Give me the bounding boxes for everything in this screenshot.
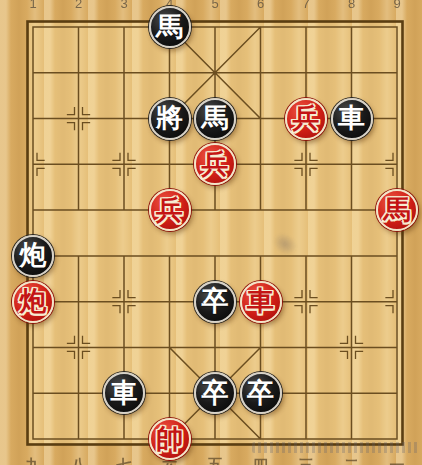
piece-red-general[interactable]: 帥	[149, 418, 191, 460]
piece-glyph: 馬	[202, 105, 229, 132]
piece-glyph: 卒	[202, 288, 229, 315]
piece-glyph: 帥	[156, 426, 183, 453]
piece-red-horse-1[interactable]: 馬	[376, 189, 418, 231]
file-label-top-7: 7	[302, 0, 309, 11]
piece-black-soldier-2[interactable]: 卒	[194, 372, 236, 414]
file-label-top-5: 5	[211, 0, 218, 11]
file-label-top-8: 8	[348, 0, 355, 11]
piece-black-horse-1[interactable]: 馬	[149, 6, 191, 48]
file-label-bottom-6: 四	[253, 456, 268, 465]
piece-red-chariot-1[interactable]: 車	[240, 281, 282, 323]
file-label-top-9: 9	[393, 0, 400, 11]
piece-black-chariot-1[interactable]: 車	[331, 98, 373, 140]
file-label-bottom-8: 二	[344, 456, 359, 465]
piece-glyph: 卒	[247, 380, 274, 407]
piece-glyph: 卒	[202, 380, 229, 407]
file-label-top-1: 1	[29, 0, 36, 11]
piece-glyph: 車	[247, 288, 274, 315]
file-label-bottom-3: 七	[117, 456, 132, 465]
file-label-top-2: 2	[75, 0, 82, 11]
piece-red-soldier-1[interactable]: 兵	[285, 98, 327, 140]
piece-glyph: 兵	[202, 151, 229, 178]
piece-black-cannon-1[interactable]: 炮	[12, 235, 54, 277]
piece-red-cannon-1[interactable]: 炮	[12, 281, 54, 323]
watermark	[252, 442, 420, 453]
piece-glyph: 車	[338, 105, 365, 132]
file-label-top-3: 3	[120, 0, 127, 11]
piece-glyph: 兵	[293, 105, 320, 132]
piece-glyph: 炮	[20, 288, 47, 315]
piece-glyph: 馬	[384, 197, 411, 224]
piece-glyph: 兵	[156, 197, 183, 224]
piece-black-horse-2[interactable]: 馬	[194, 98, 236, 140]
file-label-bottom-1: 九	[26, 456, 41, 465]
xiangqi-app: 123456789 九八七六五四三二一 馬將馬兵車兵兵馬炮炮卒車車卒卒帥	[0, 0, 422, 465]
piece-glyph: 車	[111, 380, 138, 407]
file-label-bottom-7: 三	[299, 456, 314, 465]
piece-black-chariot-2[interactable]: 車	[103, 372, 145, 414]
piece-glyph: 馬	[156, 14, 183, 41]
piece-glyph: 將	[156, 105, 183, 132]
file-label-bottom-5: 五	[208, 456, 223, 465]
file-label-bottom-9: 一	[390, 456, 405, 465]
piece-black-soldier-1[interactable]: 卒	[194, 281, 236, 323]
file-label-top-6: 6	[257, 0, 264, 11]
piece-black-general[interactable]: 將	[149, 98, 191, 140]
file-label-bottom-2: 八	[71, 456, 86, 465]
piece-red-soldier-2[interactable]: 兵	[194, 143, 236, 185]
piece-red-soldier-3[interactable]: 兵	[149, 189, 191, 231]
piece-black-soldier-3[interactable]: 卒	[240, 372, 282, 414]
piece-glyph: 炮	[20, 242, 47, 269]
